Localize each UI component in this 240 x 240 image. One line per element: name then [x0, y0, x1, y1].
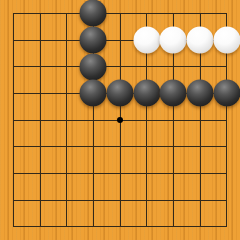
- intersection-3-5[interactable]: [80, 133, 107, 160]
- intersection-5-1[interactable]: [133, 27, 160, 54]
- black-stone[interactable]: [213, 80, 240, 107]
- intersection-4-1[interactable]: [107, 27, 134, 54]
- intersection-0-6[interactable]: [0, 160, 27, 187]
- intersection-3-2[interactable]: [80, 53, 107, 80]
- intersection-3-6[interactable]: [80, 160, 107, 187]
- intersection-0-5[interactable]: [0, 133, 27, 160]
- black-stone[interactable]: [80, 26, 107, 53]
- intersection-5-7[interactable]: [133, 187, 160, 214]
- intersection-6-2[interactable]: [160, 53, 187, 80]
- black-stone[interactable]: [133, 80, 160, 107]
- intersection-7-1[interactable]: [187, 27, 214, 54]
- black-stone[interactable]: [106, 80, 133, 107]
- intersection-8-4[interactable]: [213, 107, 240, 134]
- intersection-7-3[interactable]: [187, 80, 214, 107]
- black-stone[interactable]: [186, 80, 213, 107]
- intersection-6-4[interactable]: [160, 107, 187, 134]
- intersection-8-0[interactable]: [213, 0, 240, 27]
- intersection-2-3[interactable]: [53, 80, 80, 107]
- black-stone[interactable]: [80, 53, 107, 80]
- intersection-2-7[interactable]: [53, 187, 80, 214]
- intersection-7-4[interactable]: [187, 107, 214, 134]
- intersection-1-0[interactable]: [27, 0, 54, 27]
- intersection-4-4[interactable]: [107, 107, 134, 134]
- intersection-1-6[interactable]: [27, 160, 54, 187]
- intersection-1-5[interactable]: [27, 133, 54, 160]
- intersection-2-2[interactable]: [53, 53, 80, 80]
- intersection-0-2[interactable]: [0, 53, 27, 80]
- intersection-0-4[interactable]: [0, 107, 27, 134]
- intersection-6-7[interactable]: [160, 187, 187, 214]
- intersection-4-6[interactable]: [107, 160, 134, 187]
- black-stone[interactable]: [80, 80, 107, 107]
- intersection-4-8[interactable]: [107, 213, 134, 240]
- intersection-6-0[interactable]: [160, 0, 187, 27]
- intersection-4-2[interactable]: [107, 53, 134, 80]
- intersection-7-8[interactable]: [187, 213, 214, 240]
- black-stone[interactable]: [80, 0, 107, 27]
- intersection-8-1[interactable]: [213, 27, 240, 54]
- intersection-4-7[interactable]: [107, 187, 134, 214]
- intersection-5-3[interactable]: [133, 80, 160, 107]
- intersection-5-2[interactable]: [133, 53, 160, 80]
- white-stone[interactable]: [133, 26, 160, 53]
- white-stone[interactable]: [213, 26, 240, 53]
- intersection-5-0[interactable]: [133, 0, 160, 27]
- intersection-5-8[interactable]: [133, 213, 160, 240]
- intersection-1-3[interactable]: [27, 80, 54, 107]
- intersection-0-8[interactable]: [0, 213, 27, 240]
- intersection-7-5[interactable]: [187, 133, 214, 160]
- intersection-3-8[interactable]: [80, 213, 107, 240]
- intersection-3-1[interactable]: [80, 27, 107, 54]
- intersection-0-7[interactable]: [0, 187, 27, 214]
- intersection-7-7[interactable]: [187, 187, 214, 214]
- intersection-0-0[interactable]: [0, 0, 27, 27]
- intersection-2-5[interactable]: [53, 133, 80, 160]
- intersection-6-6[interactable]: [160, 160, 187, 187]
- intersection-3-0[interactable]: [80, 0, 107, 27]
- white-stone[interactable]: [160, 26, 187, 53]
- intersection-7-0[interactable]: [187, 0, 214, 27]
- intersection-2-4[interactable]: [53, 107, 80, 134]
- intersection-1-4[interactable]: [27, 107, 54, 134]
- intersection-1-1[interactable]: [27, 27, 54, 54]
- intersection-7-2[interactable]: [187, 53, 214, 80]
- intersection-4-3[interactable]: [107, 80, 134, 107]
- intersection-2-0[interactable]: [53, 0, 80, 27]
- intersection-0-3[interactable]: [0, 80, 27, 107]
- intersection-3-4[interactable]: [80, 107, 107, 134]
- intersection-6-3[interactable]: [160, 80, 187, 107]
- go-board: [0, 0, 240, 240]
- intersection-3-7[interactable]: [80, 187, 107, 214]
- intersection-5-4[interactable]: [133, 107, 160, 134]
- intersection-6-1[interactable]: [160, 27, 187, 54]
- intersection-8-6[interactable]: [213, 160, 240, 187]
- board-grid: [0, 0, 240, 240]
- intersection-4-5[interactable]: [107, 133, 134, 160]
- intersection-3-3[interactable]: [80, 80, 107, 107]
- intersection-2-8[interactable]: [53, 213, 80, 240]
- intersection-2-6[interactable]: [53, 160, 80, 187]
- intersection-2-1[interactable]: [53, 27, 80, 54]
- intersection-8-3[interactable]: [213, 80, 240, 107]
- intersection-1-2[interactable]: [27, 53, 54, 80]
- intersection-5-6[interactable]: [133, 160, 160, 187]
- white-stone[interactable]: [186, 26, 213, 53]
- intersection-8-5[interactable]: [213, 133, 240, 160]
- intersection-5-5[interactable]: [133, 133, 160, 160]
- intersection-1-8[interactable]: [27, 213, 54, 240]
- intersection-7-6[interactable]: [187, 160, 214, 187]
- intersection-8-7[interactable]: [213, 187, 240, 214]
- intersection-0-1[interactable]: [0, 27, 27, 54]
- intersection-8-8[interactable]: [213, 213, 240, 240]
- black-stone[interactable]: [160, 80, 187, 107]
- intersection-1-7[interactable]: [27, 187, 54, 214]
- intersection-8-2[interactable]: [213, 53, 240, 80]
- intersection-4-0[interactable]: [107, 0, 134, 27]
- intersection-6-5[interactable]: [160, 133, 187, 160]
- intersection-6-8[interactable]: [160, 213, 187, 240]
